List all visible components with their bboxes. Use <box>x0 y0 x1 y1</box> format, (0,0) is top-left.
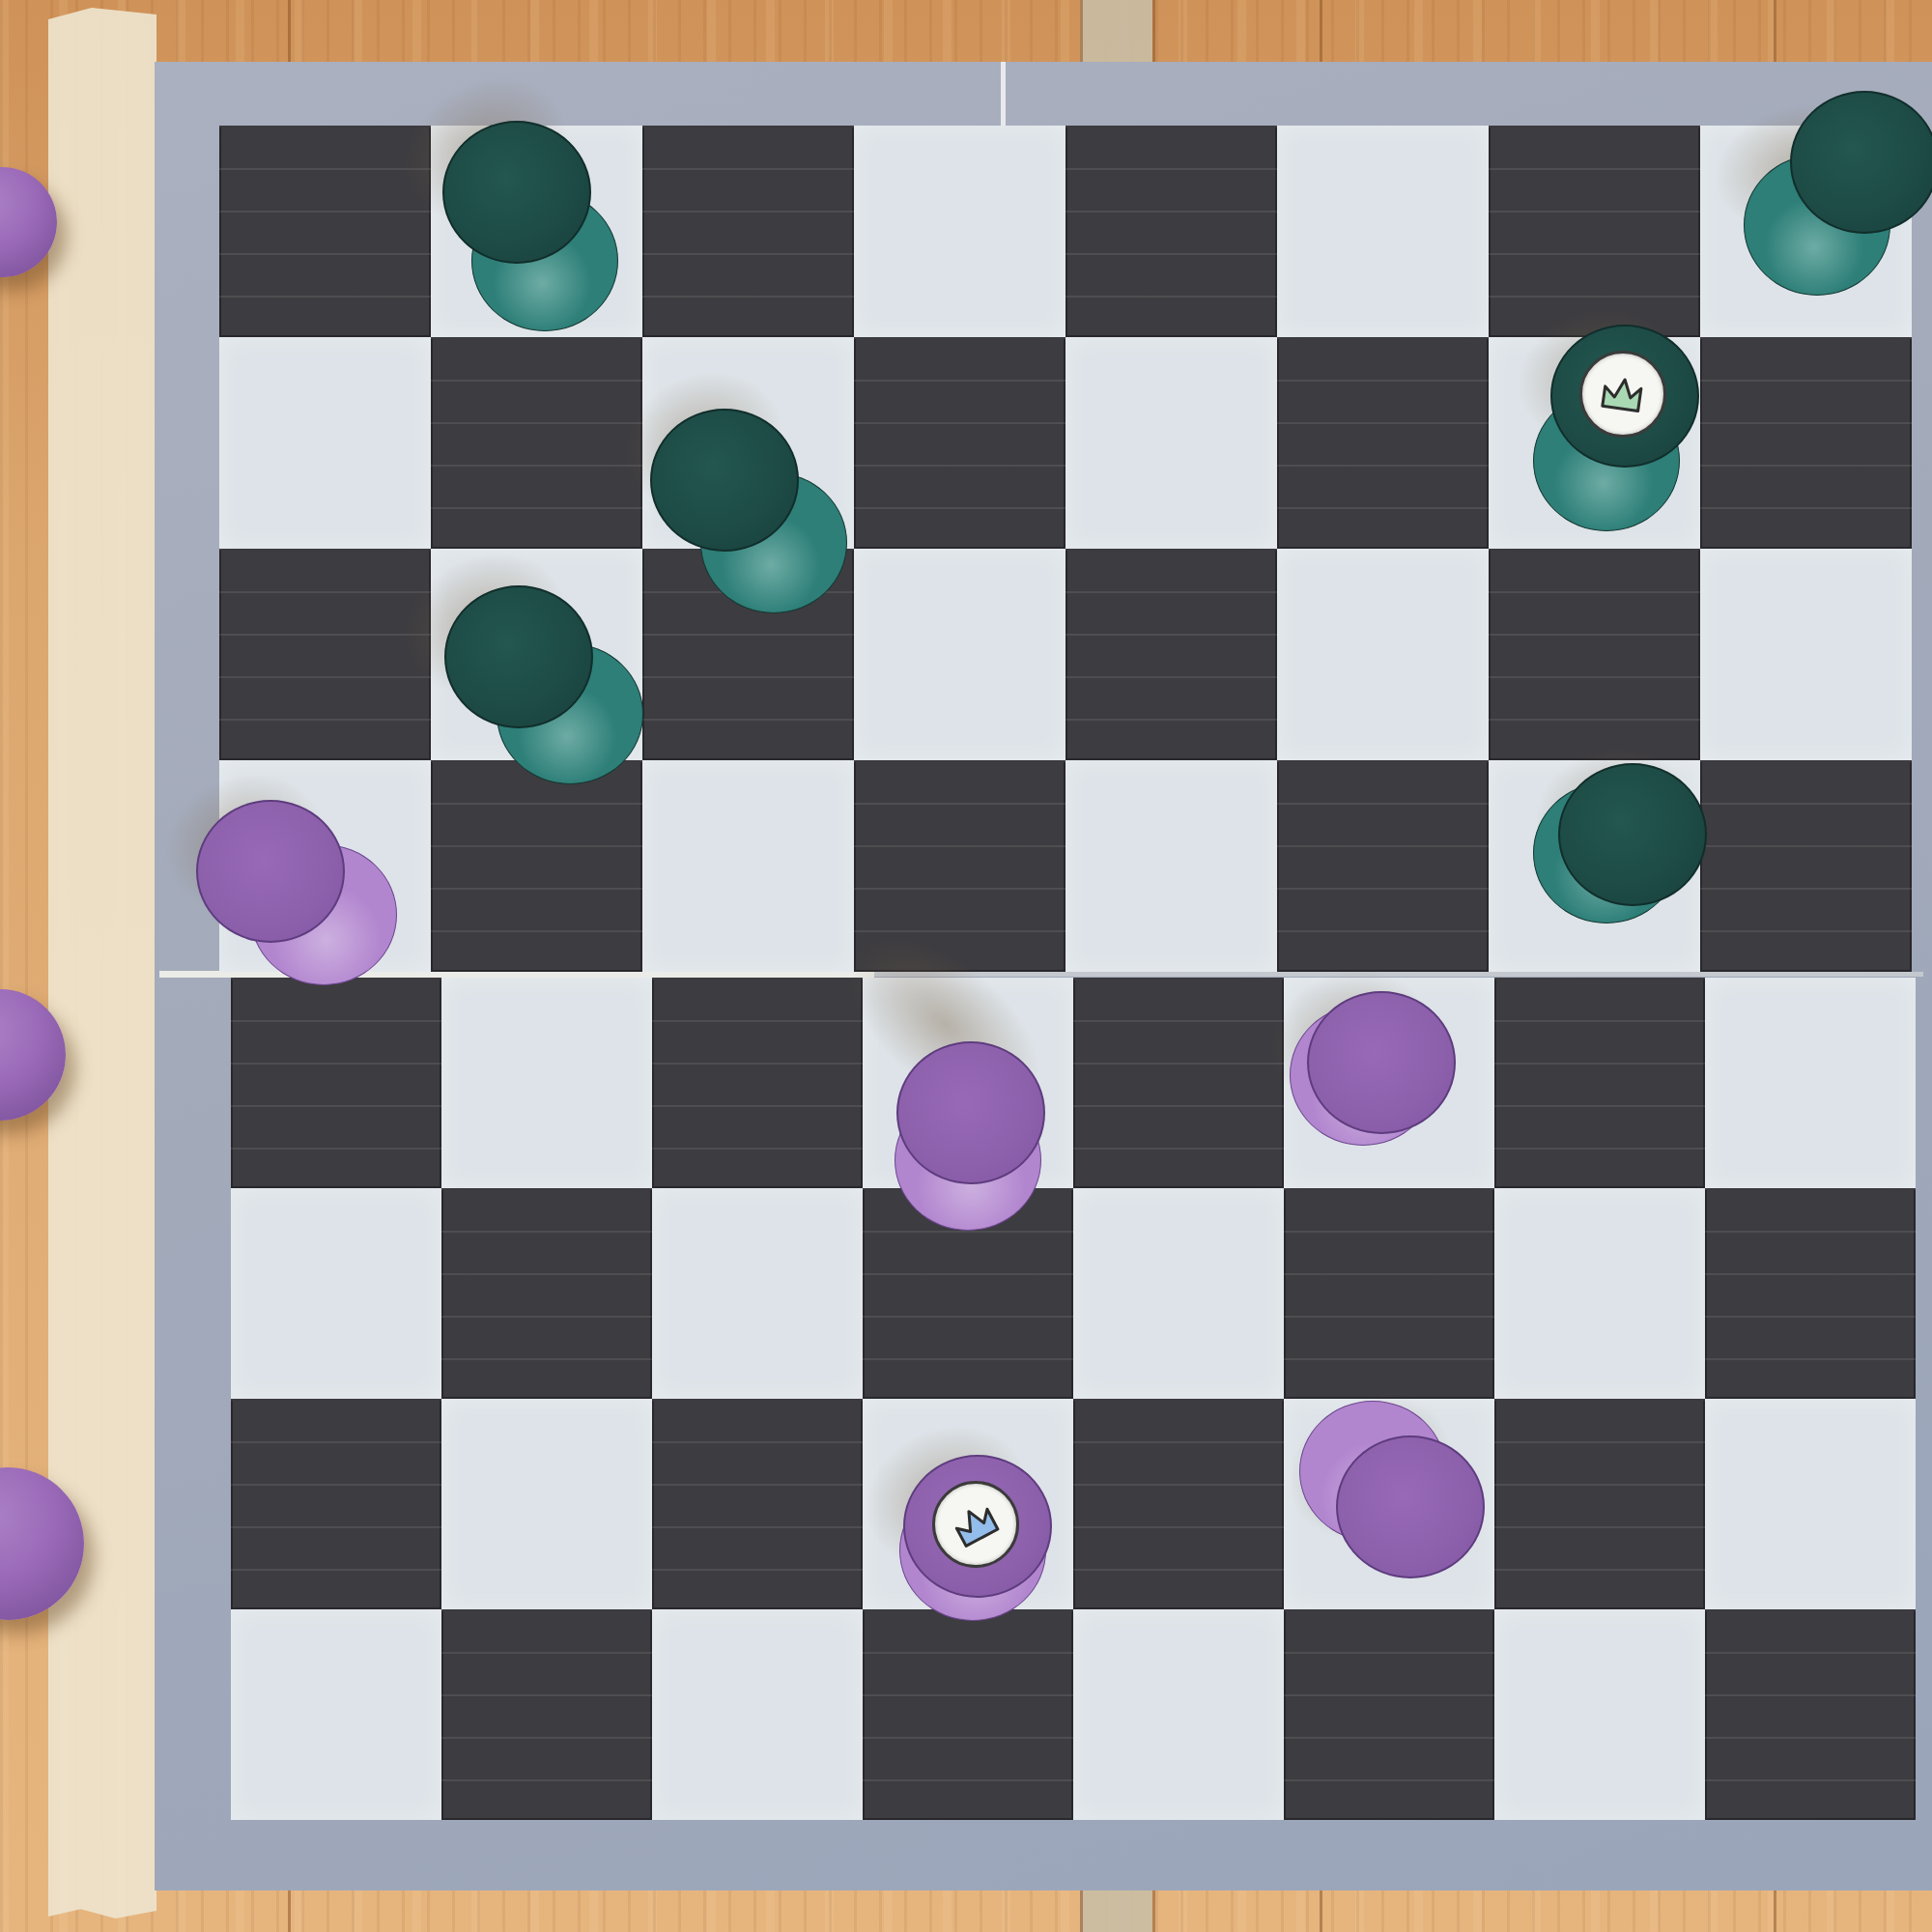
square-c5r6-light[interactable] <box>1073 1188 1284 1399</box>
paper-seam-line <box>159 971 874 978</box>
square-c8r7-light[interactable] <box>1705 1399 1916 1609</box>
piece-top-face <box>1558 763 1707 906</box>
square-c4r1-light[interactable] <box>854 126 1065 337</box>
square-c6r8-dark[interactable] <box>1284 1609 1494 1820</box>
green-checker-piece-c2r3[interactable] <box>444 585 589 724</box>
piece-top-face <box>1336 1435 1485 1578</box>
square-c7r6-light[interactable] <box>1494 1188 1705 1399</box>
square-c3r7-dark[interactable] <box>652 1399 863 1609</box>
square-c1r2-light[interactable] <box>219 337 431 549</box>
green-king-crown-sticker <box>1579 351 1666 438</box>
crown-icon <box>945 1494 1008 1554</box>
square-c1r5-dark[interactable] <box>231 978 441 1188</box>
square-c8r6-dark[interactable] <box>1705 1188 1916 1399</box>
square-c5r3-dark[interactable] <box>1065 549 1277 760</box>
piece-top-face <box>896 1041 1045 1184</box>
purple-checker-piece-c6r7[interactable] <box>1336 1435 1481 1575</box>
square-c2r4-dark[interactable] <box>431 760 642 972</box>
square-c5r8-light[interactable] <box>1073 1609 1284 1820</box>
masking-tape-strip <box>48 8 156 1924</box>
board-sheet <box>231 978 1916 1820</box>
green-checker-piece-c2r1[interactable] <box>442 121 587 260</box>
square-c2r2-dark[interactable] <box>431 337 642 549</box>
square-c8r4-dark[interactable] <box>1700 760 1912 972</box>
green-checker-piece-c3r2[interactable] <box>650 409 795 548</box>
square-c6r1-light[interactable] <box>1277 126 1489 337</box>
square-c5r2-light[interactable] <box>1065 337 1277 549</box>
square-c8r2-dark[interactable] <box>1700 337 1912 549</box>
square-c5r7-dark[interactable] <box>1073 1399 1284 1609</box>
purple-checker-piece-c6r5[interactable] <box>1307 991 1452 1130</box>
square-c5r5-dark[interactable] <box>1073 978 1284 1188</box>
purple-checker-piece-c1r4[interactable] <box>196 800 341 939</box>
square-c7r3-dark[interactable] <box>1489 549 1700 760</box>
piece-top-face <box>1790 91 1932 234</box>
purple-king-piece-c4r7[interactable] <box>903 1455 1048 1594</box>
green-checker-piece-c8r1[interactable] <box>1790 91 1932 230</box>
green-king-piece-c7r2[interactable] <box>1550 325 1695 464</box>
square-c8r5-light[interactable] <box>1705 978 1916 1188</box>
square-c1r8-light[interactable] <box>231 1609 441 1820</box>
square-c2r7-light[interactable] <box>441 1399 652 1609</box>
square-c6r2-dark[interactable] <box>1277 337 1489 549</box>
purple-checker-piece-c4r5[interactable] <box>896 1041 1041 1180</box>
piece-top-face <box>442 121 591 264</box>
square-c8r8-dark[interactable] <box>1705 1609 1916 1820</box>
square-c4r2-dark[interactable] <box>854 337 1065 549</box>
square-c2r5-light[interactable] <box>441 978 652 1188</box>
square-c1r7-dark[interactable] <box>231 1399 441 1609</box>
square-c3r5-dark[interactable] <box>652 978 863 1188</box>
square-c1r6-light[interactable] <box>231 1188 441 1399</box>
square-c5r1-dark[interactable] <box>1065 126 1277 337</box>
square-c3r4-light[interactable] <box>642 760 854 972</box>
square-c4r3-light[interactable] <box>854 549 1065 760</box>
square-c3r8-light[interactable] <box>652 1609 863 1820</box>
square-c7r7-dark[interactable] <box>1494 1399 1705 1609</box>
checkers-table-photo <box>0 0 1932 1932</box>
piece-top-face <box>1307 991 1456 1134</box>
square-c4r8-dark[interactable] <box>863 1609 1073 1820</box>
green-checker-piece-c7r4[interactable] <box>1558 763 1703 902</box>
paper-seam-line <box>1001 62 1006 126</box>
piece-top-face <box>196 800 345 943</box>
square-c2r6-dark[interactable] <box>441 1188 652 1399</box>
square-c5r4-light[interactable] <box>1065 760 1277 972</box>
square-c2r8-dark[interactable] <box>441 1609 652 1820</box>
square-c6r6-dark[interactable] <box>1284 1188 1494 1399</box>
square-c1r3-dark[interactable] <box>219 549 431 760</box>
square-c3r6-light[interactable] <box>652 1188 863 1399</box>
square-c7r5-dark[interactable] <box>1494 978 1705 1188</box>
square-c6r4-dark[interactable] <box>1277 760 1489 972</box>
square-c8r3-light[interactable] <box>1700 549 1912 760</box>
square-c6r3-light[interactable] <box>1277 549 1489 760</box>
square-c7r8-light[interactable] <box>1494 1609 1705 1820</box>
square-c3r1-dark[interactable] <box>642 126 854 337</box>
purple-king-crown-sticker <box>932 1481 1019 1568</box>
piece-top-face <box>650 409 799 552</box>
piece-top-face <box>444 585 593 728</box>
crown-icon <box>1596 370 1650 419</box>
